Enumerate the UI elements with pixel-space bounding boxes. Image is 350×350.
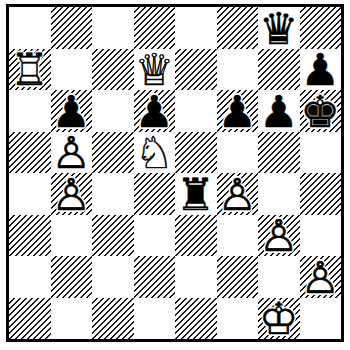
black-queen-icon: ♛ <box>258 8 300 50</box>
white-pawn[interactable]: ♟♙ <box>217 173 259 215</box>
white-pawn-icon: ♙ <box>300 257 342 299</box>
square-a1[interactable] <box>9 298 51 340</box>
square-g6[interactable]: ♟ <box>258 90 300 132</box>
square-e7[interactable] <box>175 49 217 91</box>
white-pawn-icon: ♙ <box>258 216 300 258</box>
chess-board: ♛♜♖♛♕♟♟♟♟♟♚♟♙♞♘♟♙♜♟♙♟♙♟♙♚♔ <box>9 7 341 339</box>
square-b6[interactable]: ♟ <box>51 90 93 132</box>
square-e8[interactable] <box>175 7 217 49</box>
square-h5[interactable] <box>300 132 342 174</box>
square-b2[interactable] <box>51 256 93 298</box>
white-rook[interactable]: ♜♖ <box>9 49 51 91</box>
square-e3[interactable] <box>175 215 217 257</box>
square-f1[interactable] <box>217 298 259 340</box>
square-b8[interactable] <box>51 7 93 49</box>
square-g2[interactable] <box>258 256 300 298</box>
square-g4[interactable] <box>258 173 300 215</box>
black-pawn-icon: ♟ <box>134 91 176 133</box>
black-pawn-icon: ♟ <box>258 91 300 133</box>
square-b1[interactable] <box>51 298 93 340</box>
square-b7[interactable] <box>51 49 93 91</box>
square-e4[interactable]: ♜ <box>175 173 217 215</box>
square-h3[interactable] <box>300 215 342 257</box>
square-b5[interactable]: ♟♙ <box>51 132 93 174</box>
square-f5[interactable] <box>217 132 259 174</box>
square-c2[interactable] <box>92 256 134 298</box>
square-h2[interactable]: ♟♙ <box>300 256 342 298</box>
white-pawn-icon: ♙ <box>51 133 93 175</box>
square-d4[interactable] <box>134 173 176 215</box>
square-f7[interactable] <box>217 49 259 91</box>
black-pawn[interactable]: ♟ <box>134 90 176 132</box>
chess-diagram-page: ♛♜♖♛♕♟♟♟♟♟♚♟♙♞♘♟♙♜♟♙♟♙♟♙♚♔ <box>0 0 350 350</box>
square-h6[interactable]: ♚ <box>300 90 342 132</box>
white-queen[interactable]: ♛♕ <box>134 49 176 91</box>
square-d7[interactable]: ♛♕ <box>134 49 176 91</box>
square-g7[interactable] <box>258 49 300 91</box>
square-a2[interactable] <box>9 256 51 298</box>
white-pawn[interactable]: ♟♙ <box>51 173 93 215</box>
square-e5[interactable] <box>175 132 217 174</box>
white-queen-icon: ♕ <box>134 50 176 92</box>
square-c8[interactable] <box>92 7 134 49</box>
white-pawn[interactable]: ♟♙ <box>51 132 93 174</box>
black-rook-icon: ♜ <box>175 174 217 216</box>
square-g3[interactable]: ♟♙ <box>258 215 300 257</box>
black-pawn[interactable]: ♟ <box>51 90 93 132</box>
square-b3[interactable] <box>51 215 93 257</box>
white-pawn[interactable]: ♟♙ <box>258 215 300 257</box>
black-pawn-icon: ♟ <box>300 50 342 92</box>
square-e2[interactable] <box>175 256 217 298</box>
square-a8[interactable] <box>9 7 51 49</box>
square-c3[interactable] <box>92 215 134 257</box>
square-d3[interactable] <box>134 215 176 257</box>
black-pawn[interactable]: ♟ <box>300 49 342 91</box>
square-c1[interactable] <box>92 298 134 340</box>
black-rook[interactable]: ♜ <box>175 173 217 215</box>
square-e6[interactable] <box>175 90 217 132</box>
black-pawn[interactable]: ♟ <box>217 90 259 132</box>
square-c4[interactable] <box>92 173 134 215</box>
square-a7[interactable]: ♜♖ <box>9 49 51 91</box>
square-f4[interactable]: ♟♙ <box>217 173 259 215</box>
black-pawn-icon: ♟ <box>217 91 259 133</box>
square-f6[interactable]: ♟ <box>217 90 259 132</box>
black-queen[interactable]: ♛ <box>258 7 300 49</box>
chess-board-frame: ♛♜♖♛♕♟♟♟♟♟♚♟♙♞♘♟♙♜♟♙♟♙♟♙♚♔ <box>6 4 344 342</box>
square-g1[interactable]: ♚♔ <box>258 298 300 340</box>
square-a3[interactable] <box>9 215 51 257</box>
square-g8[interactable]: ♛ <box>258 7 300 49</box>
white-king[interactable]: ♚♔ <box>258 298 300 340</box>
square-d5[interactable]: ♞♘ <box>134 132 176 174</box>
white-pawn[interactable]: ♟♙ <box>300 256 342 298</box>
square-f3[interactable] <box>217 215 259 257</box>
white-knight-icon: ♘ <box>134 133 176 175</box>
white-pawn-icon: ♙ <box>51 174 93 216</box>
white-knight[interactable]: ♞♘ <box>134 132 176 174</box>
square-c5[interactable] <box>92 132 134 174</box>
square-h8[interactable] <box>300 7 342 49</box>
square-h1[interactable] <box>300 298 342 340</box>
white-king-icon: ♔ <box>258 299 300 341</box>
square-f2[interactable] <box>217 256 259 298</box>
square-d6[interactable]: ♟ <box>134 90 176 132</box>
black-king-icon: ♚ <box>300 91 342 133</box>
white-rook-icon: ♖ <box>9 50 51 92</box>
square-h4[interactable] <box>300 173 342 215</box>
square-d2[interactable] <box>134 256 176 298</box>
square-g5[interactable] <box>258 132 300 174</box>
square-d1[interactable] <box>134 298 176 340</box>
square-a6[interactable] <box>9 90 51 132</box>
white-pawn-icon: ♙ <box>217 174 259 216</box>
black-pawn[interactable]: ♟ <box>258 90 300 132</box>
square-c7[interactable] <box>92 49 134 91</box>
black-pawn-icon: ♟ <box>51 91 93 133</box>
black-king[interactable]: ♚ <box>300 90 342 132</box>
square-b4[interactable]: ♟♙ <box>51 173 93 215</box>
square-f8[interactable] <box>217 7 259 49</box>
square-h7[interactable]: ♟ <box>300 49 342 91</box>
square-e1[interactable] <box>175 298 217 340</box>
square-c6[interactable] <box>92 90 134 132</box>
square-d8[interactable] <box>134 7 176 49</box>
square-a4[interactable] <box>9 173 51 215</box>
square-a5[interactable] <box>9 132 51 174</box>
